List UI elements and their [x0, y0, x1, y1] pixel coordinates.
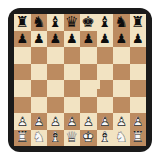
black-bishop-icon: ♝ [97, 14, 114, 31]
square-b6[interactable] [31, 47, 48, 64]
square-h8[interactable]: ♜ [130, 14, 147, 31]
square-g8[interactable]: ♞ [113, 14, 130, 31]
square-e5[interactable] [80, 64, 97, 81]
black-pawn-icon: ♟ [31, 31, 48, 48]
white-pawn-icon: ♙ [130, 113, 147, 130]
white-pawn-fill-icon: ♟ [113, 113, 130, 130]
square-c8[interactable]: ♝ [47, 14, 64, 31]
white-pawn-icon: ♙ [14, 113, 31, 130]
square-a8[interactable]: ♜ [14, 14, 31, 31]
square-d6[interactable] [64, 47, 81, 64]
square-h6[interactable] [130, 47, 147, 64]
square-e4[interactable] [80, 80, 97, 97]
square-d7[interactable]: ♟ [64, 31, 81, 48]
square-b3[interactable] [31, 97, 48, 114]
white-pawn-fill-icon: ♟ [47, 113, 64, 130]
black-rook-icon: ♜ [14, 14, 31, 31]
square-d1[interactable]: ♛♕ [64, 130, 81, 147]
square-d8[interactable]: ♛ [64, 14, 81, 31]
black-pawn-icon: ♟ [97, 31, 114, 48]
white-rook-icon: ♖ [130, 130, 147, 147]
square-h4[interactable] [130, 80, 147, 97]
white-pawn-icon: ♙ [113, 113, 130, 130]
white-rook-fill-icon: ♜ [130, 130, 147, 147]
white-king-icon: ♔ [80, 130, 97, 147]
black-knight-icon: ♞ [31, 14, 48, 31]
square-b7[interactable]: ♟ [31, 31, 48, 48]
white-pawn-icon: ♙ [31, 113, 48, 130]
white-rook-icon: ♖ [14, 130, 31, 147]
square-c5[interactable] [47, 64, 64, 81]
black-pawn-icon: ♟ [47, 31, 64, 48]
square-f2[interactable]: ♟♙ [97, 113, 114, 130]
white-pawn-fill-icon: ♟ [14, 113, 31, 130]
square-a7[interactable]: ♟ [14, 31, 31, 48]
white-bishop-fill-icon: ♝ [47, 130, 64, 147]
black-bishop-icon: ♝ [47, 14, 64, 31]
square-c6[interactable] [47, 47, 64, 64]
square-g5[interactable] [113, 64, 130, 81]
square-a5[interactable] [14, 64, 31, 81]
square-f1[interactable]: ♝♗ [97, 130, 114, 147]
square-g2[interactable]: ♟♙ [113, 113, 130, 130]
square-c3[interactable] [47, 97, 64, 114]
square-b2[interactable]: ♟♙ [31, 113, 48, 130]
square-d4[interactable] [64, 80, 81, 97]
white-bishop-icon: ♗ [47, 130, 64, 147]
square-d5[interactable] [64, 64, 81, 81]
black-knight-icon: ♞ [113, 14, 130, 31]
black-pawn-icon: ♟ [130, 31, 147, 48]
chess-board[interactable]: ♜♞♝♛♚♝♞♜♟♟♟♟♟♟♟♟♟♙♟♙♟♙♟♙♟♙♟♙♟♙♟♙♜♖♞♘♝♗♛♕… [14, 14, 146, 146]
square-e7[interactable]: ♟ [80, 31, 97, 48]
white-queen-fill-icon: ♛ [64, 130, 81, 147]
square-a3[interactable] [14, 97, 31, 114]
square-h1[interactable]: ♜♖ [130, 130, 147, 147]
square-b1[interactable]: ♞♘ [31, 130, 48, 147]
white-pawn-icon: ♙ [47, 113, 64, 130]
square-b5[interactable] [31, 64, 48, 81]
square-c2[interactable]: ♟♙ [47, 113, 64, 130]
board-frame: ♜♞♝♛♚♝♞♜♟♟♟♟♟♟♟♟♟♙♟♙♟♙♟♙♟♙♟♙♟♙♟♙♜♖♞♘♝♗♛♕… [8, 8, 152, 152]
square-g6[interactable] [113, 47, 130, 64]
square-e6[interactable] [80, 47, 97, 64]
square-e2[interactable]: ♟♙ [80, 113, 97, 130]
white-knight-icon: ♘ [113, 130, 130, 147]
square-e1[interactable]: ♚♔ [80, 130, 97, 147]
white-pawn-fill-icon: ♟ [130, 113, 147, 130]
square-b8[interactable]: ♞ [31, 14, 48, 31]
white-knight-fill-icon: ♞ [113, 130, 130, 147]
square-f3[interactable] [97, 97, 114, 114]
square-c1[interactable]: ♝♗ [47, 130, 64, 147]
white-knight-fill-icon: ♞ [31, 130, 48, 147]
white-pawn-icon: ♙ [97, 113, 114, 130]
square-f6[interactable] [97, 47, 114, 64]
chessboard-image: ♜♞♝♛♚♝♞♜♟♟♟♟♟♟♟♟♟♙♟♙♟♙♟♙♟♙♟♙♟♙♟♙♜♖♞♘♝♗♛♕… [0, 0, 160, 160]
square-f7[interactable]: ♟ [97, 31, 114, 48]
white-king-fill-icon: ♚ [80, 130, 97, 147]
render-glitch [96, 80, 100, 89]
white-bishop-icon: ♗ [97, 130, 114, 147]
square-a1[interactable]: ♜♖ [14, 130, 31, 147]
square-c7[interactable]: ♟ [47, 31, 64, 48]
square-g1[interactable]: ♞♘ [113, 130, 130, 147]
white-pawn-fill-icon: ♟ [31, 113, 48, 130]
square-b4[interactable] [31, 80, 48, 97]
square-f5[interactable] [97, 64, 114, 81]
white-rook-fill-icon: ♜ [14, 130, 31, 147]
white-pawn-fill-icon: ♟ [64, 113, 81, 130]
square-h3[interactable] [130, 97, 147, 114]
square-f4[interactable] [97, 80, 114, 97]
square-d3[interactable] [64, 97, 81, 114]
square-a4[interactable] [14, 80, 31, 97]
square-a6[interactable] [14, 47, 31, 64]
square-g7[interactable]: ♟ [113, 31, 130, 48]
black-pawn-icon: ♟ [64, 31, 81, 48]
black-rook-icon: ♜ [130, 14, 147, 31]
white-knight-icon: ♘ [31, 130, 48, 147]
square-a2[interactable]: ♟♙ [14, 113, 31, 130]
square-c4[interactable] [47, 80, 64, 97]
white-queen-icon: ♕ [64, 130, 81, 147]
black-pawn-icon: ♟ [113, 31, 130, 48]
square-e3[interactable] [80, 97, 97, 114]
black-queen-icon: ♛ [64, 14, 81, 31]
square-e8[interactable]: ♚ [80, 14, 97, 31]
black-pawn-icon: ♟ [80, 31, 97, 48]
white-pawn-icon: ♙ [64, 113, 81, 130]
black-king-icon: ♚ [80, 14, 97, 31]
square-f8[interactable]: ♝ [97, 14, 114, 31]
square-h2[interactable]: ♟♙ [130, 113, 147, 130]
white-pawn-fill-icon: ♟ [80, 113, 97, 130]
white-bishop-fill-icon: ♝ [97, 130, 114, 147]
square-g4[interactable] [113, 80, 130, 97]
square-h5[interactable] [130, 64, 147, 81]
square-h7[interactable]: ♟ [130, 31, 147, 48]
square-d2[interactable]: ♟♙ [64, 113, 81, 130]
white-pawn-fill-icon: ♟ [97, 113, 114, 130]
square-g3[interactable] [113, 97, 130, 114]
white-pawn-icon: ♙ [80, 113, 97, 130]
black-pawn-icon: ♟ [14, 31, 31, 48]
